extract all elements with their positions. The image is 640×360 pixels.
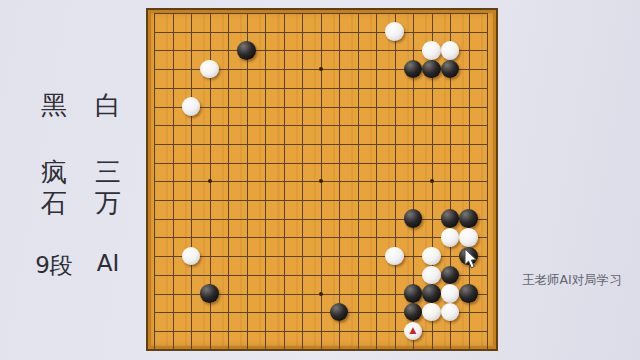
black-stone <box>237 41 256 60</box>
grid-line-h <box>154 237 488 238</box>
black-stone <box>459 209 478 228</box>
black-stone <box>404 209 423 228</box>
white-stone <box>441 284 460 303</box>
black-stone <box>200 284 219 303</box>
white-stone <box>441 41 460 60</box>
black-player-rank: 9段 <box>34 250 74 281</box>
black-stone <box>330 303 349 322</box>
black-player-name: 疯石 <box>40 157 67 219</box>
white-stone <box>385 247 404 266</box>
grid-line-v <box>358 13 359 350</box>
white-stone <box>422 266 441 285</box>
white-stone <box>422 303 441 322</box>
black-stone <box>422 60 441 79</box>
white-header-label: 白 <box>88 88 128 123</box>
black-stone <box>441 60 460 79</box>
black-stone <box>422 284 441 303</box>
white-stone <box>385 22 404 41</box>
black-stone <box>404 284 423 303</box>
black-stone <box>404 303 423 322</box>
grid-line-v <box>395 13 396 350</box>
white-player-rank: AI <box>88 250 128 276</box>
grid-line-h <box>154 219 488 220</box>
grid-line-h <box>154 331 488 332</box>
white-stone <box>441 228 460 247</box>
white-stone <box>182 97 201 116</box>
mouse-cursor-icon <box>464 249 479 270</box>
white-stone: ▲ <box>404 322 423 341</box>
white-stone <box>200 60 219 79</box>
black-stone <box>459 284 478 303</box>
go-board-grid: ▲ <box>154 13 488 351</box>
black-stone <box>441 266 460 285</box>
black-stone <box>441 209 460 228</box>
white-stone <box>441 303 460 322</box>
white-stone <box>422 41 441 60</box>
white-stone <box>182 247 201 266</box>
star-point <box>319 292 323 296</box>
grid-line-v <box>339 13 340 350</box>
last-move-marker: ▲ <box>410 326 417 335</box>
star-point <box>319 179 323 183</box>
star-point <box>208 179 212 183</box>
grid-line-v <box>376 13 377 350</box>
grid-line-v <box>487 13 488 350</box>
grid-line-h <box>154 350 488 351</box>
video-frame: { "game": "go", "watermark": "王老师AI对局学习"… <box>0 0 640 360</box>
white-stone <box>459 228 478 247</box>
watermark-text: 王老师AI对局学习 <box>522 272 622 289</box>
black-stone <box>404 60 423 79</box>
white-player-name: 三万 <box>94 157 121 219</box>
white-stone <box>422 247 441 266</box>
go-board[interactable]: ▲ <box>146 8 498 351</box>
black-header-label: 黑 <box>34 88 74 123</box>
star-point <box>319 67 323 71</box>
grid-line-h <box>154 200 488 201</box>
star-point <box>430 179 434 183</box>
